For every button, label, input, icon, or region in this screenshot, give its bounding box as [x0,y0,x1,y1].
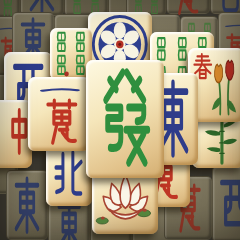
north-icon [52,150,85,200]
stick-icon [53,31,70,53]
fa-icon [92,66,158,172]
stick-icon [153,36,170,62]
east-icon [11,176,43,234]
one-icon [223,20,240,32]
mahjong-board [0,0,240,240]
tile-bg-west-a[interactable] [212,166,240,240]
one-icon [37,81,83,99]
tulips-icon [207,54,240,119]
west-icon [217,174,240,235]
wan-icon [42,98,82,148]
tile-green-dragon[interactable] [86,60,164,178]
stick-icon [72,31,89,53]
plant-icon [196,118,240,166]
tile-bamboo-plant[interactable] [192,116,240,168]
tile-one-character[interactable] [28,77,90,151]
tile-bg-wan-a[interactable] [166,0,210,14]
tile-bg-east-c[interactable] [6,170,48,240]
